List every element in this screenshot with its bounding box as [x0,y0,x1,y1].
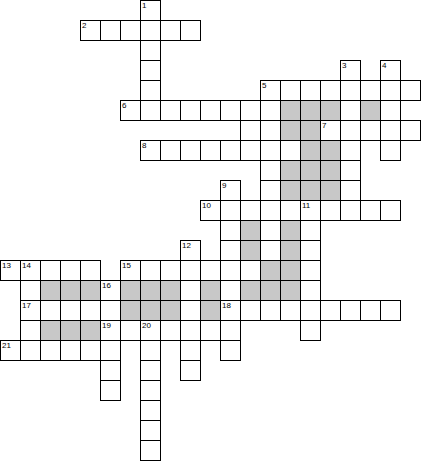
cell[interactable]: 16 [100,280,121,301]
cell[interactable] [100,20,121,41]
shaded-cell [120,300,141,321]
shaded-cell [280,100,301,121]
cell[interactable] [360,120,381,141]
shaded-cell [140,300,161,321]
cell[interactable] [380,200,401,221]
cell[interactable] [220,200,241,221]
cell[interactable]: 13 [0,260,21,281]
cell[interactable]: 10 [200,200,221,221]
cell[interactable] [140,60,161,81]
clue-number: 11 [302,201,310,210]
shaded-cell [200,280,221,301]
cell[interactable] [300,280,321,301]
cell[interactable] [180,320,201,341]
cell[interactable] [220,240,241,261]
shaded-cell [240,220,261,241]
clue-number: 3 [342,61,346,70]
cell[interactable] [140,400,161,421]
cell[interactable] [340,120,361,141]
clue-number: 13 [2,261,11,270]
shaded-cell [360,100,381,121]
cell[interactable] [200,100,221,121]
cell[interactable] [260,100,281,121]
cell[interactable] [320,200,341,221]
clue-number: 7 [322,121,326,130]
cell[interactable] [240,140,261,161]
cell[interactable] [220,280,241,301]
cell[interactable] [140,80,161,101]
shaded-cell [120,280,141,301]
cell[interactable] [180,280,201,301]
shaded-cell [80,280,101,301]
cell[interactable] [340,180,361,201]
cell[interactable] [360,200,381,221]
shaded-cell [280,220,301,241]
shaded-cell [160,280,181,301]
clue-number: 18 [222,301,231,310]
cell[interactable] [60,300,81,321]
cell[interactable] [220,320,241,341]
cell[interactable] [300,240,321,261]
cell[interactable] [180,340,201,361]
shaded-cell [300,120,321,141]
shaded-cell [280,120,301,141]
cell[interactable] [300,300,321,321]
shaded-cell [200,300,221,321]
clue-number: 1 [142,1,146,10]
cell[interactable] [180,100,201,121]
cell[interactable] [320,300,341,321]
cell[interactable] [160,260,181,281]
cell[interactable] [120,320,141,341]
cell[interactable] [240,260,261,281]
cell[interactable] [80,260,101,281]
cell[interactable]: 7 [320,120,341,141]
cell[interactable] [40,340,61,361]
cell[interactable] [260,300,281,321]
cell[interactable] [20,280,41,301]
cell[interactable] [320,80,341,101]
shaded-cell [140,280,161,301]
clue-number: 21 [2,341,11,350]
cell[interactable] [60,340,81,361]
cell[interactable] [380,80,401,101]
shaded-cell [240,280,261,301]
shaded-cell [320,100,341,121]
cell[interactable] [220,260,241,281]
cell[interactable] [140,340,161,361]
cell[interactable] [380,100,401,121]
cell[interactable] [260,200,281,221]
clue-number: 6 [122,101,126,110]
clue-number: 12 [182,241,191,250]
cell[interactable] [240,100,261,121]
cell[interactable] [140,440,161,461]
clue-number: 15 [122,261,131,270]
shaded-cell [320,140,341,161]
cell[interactable] [220,140,241,161]
cell[interactable] [140,100,161,121]
cell[interactable] [180,20,201,41]
cell[interactable] [340,80,361,101]
cell[interactable]: 15 [120,260,141,281]
cell[interactable]: 17 [20,300,41,321]
cell[interactable] [140,20,161,41]
cell[interactable] [240,300,261,321]
cell[interactable] [220,100,241,121]
cell[interactable] [280,200,301,221]
cell[interactable] [180,140,201,161]
cell[interactable] [260,140,281,161]
cell[interactable] [360,300,381,321]
cell[interactable] [160,140,181,161]
shaded-cell [280,160,301,181]
cell[interactable]: 19 [100,320,121,341]
shaded-cell [300,180,321,201]
cell[interactable] [140,380,161,401]
cell[interactable] [260,180,281,201]
cell[interactable] [140,420,161,441]
shaded-cell [320,160,341,181]
shaded-cell [240,240,261,261]
shaded-cell [280,260,301,281]
cell[interactable] [400,80,421,101]
cell[interactable] [40,260,61,281]
cell[interactable] [100,360,121,381]
cell[interactable] [140,40,161,61]
cell[interactable] [260,240,281,261]
cell[interactable] [280,300,301,321]
shaded-cell [80,320,101,341]
cell[interactable] [340,160,361,181]
cell[interactable]: 9 [220,180,241,201]
cell[interactable] [220,340,241,361]
clue-number: 10 [202,201,211,210]
cell[interactable]: 11 [300,200,321,221]
cell[interactable] [260,120,281,141]
cell[interactable] [180,300,201,321]
clue-number: 19 [102,321,111,330]
clue-number: 20 [142,321,151,330]
clue-number: 17 [22,301,31,310]
cell[interactable]: 4 [380,60,401,81]
shaded-cell [300,160,321,181]
clue-number: 8 [142,141,146,150]
shaded-cell [300,140,321,161]
cell[interactable] [260,160,281,181]
cell[interactable] [180,260,201,281]
cell[interactable] [300,80,321,101]
shaded-cell [300,100,321,121]
cell[interactable]: 18 [220,300,241,321]
cell[interactable] [160,320,181,341]
shaded-cell [260,260,281,281]
cell[interactable] [380,120,401,141]
clue-number: 14 [22,261,31,270]
cell[interactable] [340,100,361,121]
cell[interactable] [20,320,41,341]
cell[interactable] [280,140,301,161]
cell[interactable] [240,120,261,141]
cell[interactable]: 2 [80,20,101,41]
cell[interactable] [240,200,261,221]
clue-number: 2 [82,21,86,30]
cell[interactable] [160,20,181,41]
cell[interactable]: 5 [260,80,281,101]
shaded-cell [160,300,181,321]
cell[interactable]: 12 [180,240,201,261]
cell[interactable] [40,300,61,321]
crossword-board: 123456789101112131415161718192021 [0,0,421,461]
cell[interactable] [100,300,121,321]
cell[interactable]: 1 [140,0,161,21]
cell[interactable] [20,340,41,361]
cell[interactable] [380,140,401,161]
clue-number: 5 [262,81,266,90]
cell[interactable] [80,300,101,321]
cell[interactable] [60,260,81,281]
cell[interactable] [100,340,121,361]
cell[interactable]: 6 [120,100,141,121]
cell[interactable] [380,300,401,321]
cell[interactable] [360,80,381,101]
cell[interactable] [180,360,201,381]
cell[interactable] [200,320,221,341]
cell[interactable] [260,220,281,241]
cell[interactable] [340,200,361,221]
cell[interactable] [280,80,301,101]
cell[interactable] [300,260,321,281]
cell[interactable]: 14 [20,260,41,281]
shaded-cell [40,280,61,301]
shaded-cell [60,320,81,341]
shaded-cell [260,280,281,301]
cell[interactable] [400,120,421,141]
shaded-cell [280,240,301,261]
cell[interactable]: 21 [0,340,21,361]
cell[interactable] [200,140,221,161]
cell[interactable] [300,320,321,341]
shaded-cell [280,280,301,301]
clue-number: 4 [382,61,386,70]
cell[interactable] [300,220,321,241]
cell[interactable] [120,20,141,41]
cell[interactable]: 3 [340,60,361,81]
cell[interactable] [80,340,101,361]
cell[interactable] [220,220,241,241]
clue-number: 9 [222,181,226,190]
cell[interactable]: 8 [140,140,161,161]
cell[interactable] [340,300,361,321]
clue-number: 16 [102,281,111,290]
shaded-cell [60,280,81,301]
shaded-cell [320,180,341,201]
cell[interactable] [160,100,181,121]
cell[interactable] [100,380,121,401]
shaded-cell [280,180,301,201]
cell[interactable] [140,260,161,281]
cell[interactable] [340,140,361,161]
shaded-cell [40,320,61,341]
cell[interactable] [200,260,221,281]
cell[interactable]: 20 [140,320,161,341]
cell[interactable] [140,360,161,381]
